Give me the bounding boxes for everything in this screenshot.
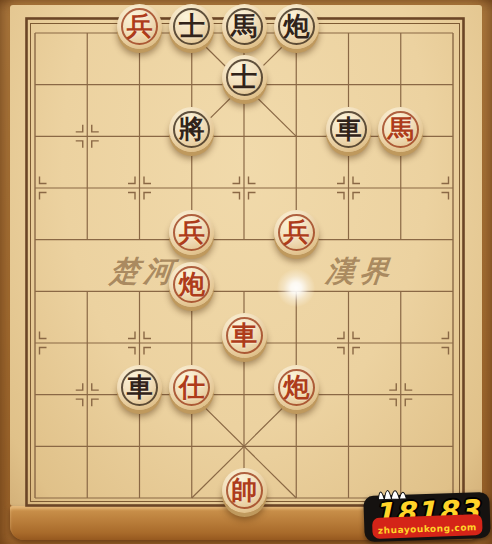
piece-red-chariot[interactable]: 車 bbox=[222, 313, 267, 358]
piece-black-advisor[interactable]: 士 bbox=[222, 55, 267, 100]
logo-url: zhuayoukong.com bbox=[378, 522, 477, 535]
piece-glyph: 炮 bbox=[283, 9, 309, 44]
logo-plate: 18183 zhuayoukong.com bbox=[363, 492, 491, 542]
xiangqi-app-screenshot: 楚河 漢界 兵士馬炮士將車馬兵兵炮車車仕炮帥 18183 zhuayoukong… bbox=[0, 0, 492, 544]
piece-red-advisor[interactable]: 仕 bbox=[169, 365, 214, 410]
piece-red-soldier[interactable]: 兵 bbox=[169, 210, 214, 255]
piece-glyph: 炮 bbox=[283, 370, 309, 405]
piece-glyph: 兵 bbox=[283, 215, 309, 250]
piece-glyph: 兵 bbox=[127, 9, 153, 44]
board[interactable]: 兵士馬炮士將車馬兵兵炮車車仕炮帥 bbox=[9, 7, 479, 524]
piece-glyph: 車 bbox=[336, 112, 362, 147]
logo-18183: 18183 zhuayoukong.com bbox=[363, 492, 491, 542]
piece-black-advisor[interactable]: 士 bbox=[169, 4, 214, 49]
piece-glyph: 馬 bbox=[231, 9, 257, 44]
piece-black-horse[interactable]: 馬 bbox=[222, 4, 267, 49]
piece-glyph: 將 bbox=[179, 112, 205, 147]
piece-glyph: 車 bbox=[231, 318, 257, 353]
piece-glyph: 車 bbox=[127, 370, 153, 405]
piece-glyph: 仕 bbox=[179, 370, 205, 405]
piece-red-general[interactable]: 帥 bbox=[222, 468, 267, 513]
move-highlight bbox=[277, 269, 315, 307]
piece-glyph: 炮 bbox=[179, 267, 205, 302]
piece-glyph: 士 bbox=[231, 60, 257, 95]
piece-red-horse[interactable]: 馬 bbox=[378, 107, 423, 152]
piece-glyph: 兵 bbox=[179, 215, 205, 250]
piece-black-chariot[interactable]: 車 bbox=[326, 107, 371, 152]
logo-banner: zhuayoukong.com bbox=[372, 514, 483, 539]
piece-glyph: 士 bbox=[179, 9, 205, 44]
piece-black-chariot[interactable]: 車 bbox=[117, 365, 162, 410]
piece-red-cannon[interactable]: 炮 bbox=[169, 262, 214, 307]
piece-glyph: 帥 bbox=[231, 473, 257, 508]
piece-glyph: 馬 bbox=[388, 112, 414, 147]
piece-red-cannon[interactable]: 炮 bbox=[274, 365, 319, 410]
paw-icon bbox=[375, 480, 410, 501]
piece-black-cannon[interactable]: 炮 bbox=[274, 4, 319, 49]
piece-red-soldier[interactable]: 兵 bbox=[117, 4, 162, 49]
piece-black-general[interactable]: 將 bbox=[169, 107, 214, 152]
piece-red-soldier[interactable]: 兵 bbox=[274, 210, 319, 255]
